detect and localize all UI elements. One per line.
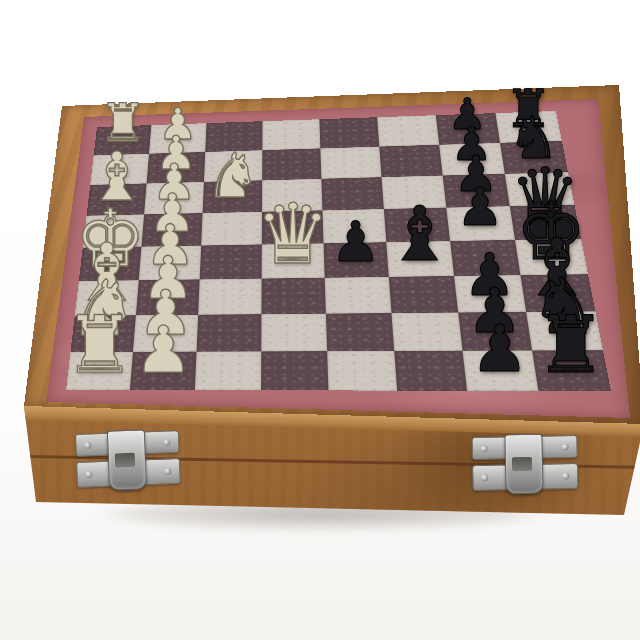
piece-white-queen-e4[interactable]: ♛ — [251, 193, 334, 276]
photo-scene: ♜♝♚♝♞♜♟♟♟♟♟♟♟♟♞♛♜♞♛♚♝♞♜♟♟♟♟♟♟♟♝♟ — [0, 0, 640, 640]
piece-white-rook-h1[interactable]: ♜ — [60, 306, 139, 385]
piece-black-pawn-d7[interactable]: ♟ — [454, 181, 507, 234]
piece-black-pawn-e5[interactable]: ♟ — [328, 214, 384, 270]
piece-black-bishop-e6[interactable]: ♝ — [382, 197, 458, 273]
piece-white-pawn-h2[interactable]: ♟ — [131, 318, 196, 383]
pieces-layer: ♜♝♚♝♞♜♟♟♟♟♟♟♟♟♞♛♜♞♛♚♝♞♜♟♟♟♟♟♟♟♝♟ — [0, 0, 640, 640]
piece-black-pawn-h7[interactable]: ♟ — [468, 317, 533, 382]
piece-black-rook-h8[interactable]: ♜ — [531, 306, 610, 385]
